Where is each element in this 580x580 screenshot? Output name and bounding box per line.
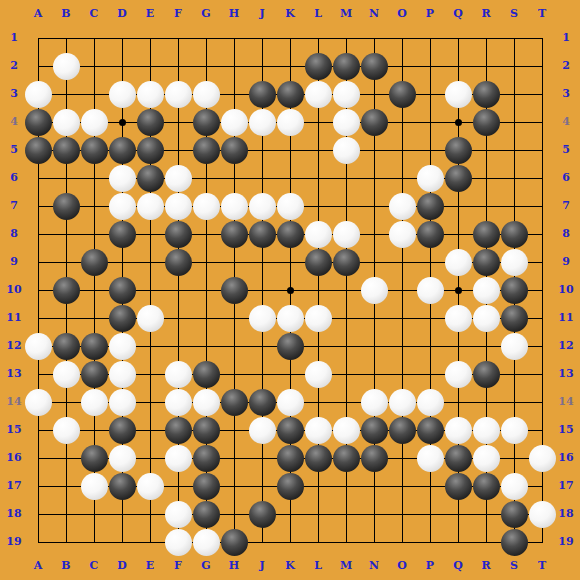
row-label-right: 4 — [552, 108, 580, 136]
stone-black[interactable] — [109, 221, 136, 248]
col-label-bottom: L — [304, 558, 332, 574]
stone-white[interactable] — [165, 361, 192, 388]
star-point — [455, 287, 462, 294]
row-label-right: 10 — [552, 276, 580, 304]
stone-black[interactable] — [417, 221, 444, 248]
col-label-top: B — [52, 6, 80, 22]
row-label-left: 19 — [0, 528, 28, 556]
stone-black[interactable] — [277, 417, 304, 444]
col-label-top: C — [80, 6, 108, 22]
col-label-top: O — [388, 6, 416, 22]
stone-black[interactable] — [109, 277, 136, 304]
row-label-left: 15 — [0, 416, 28, 444]
stone-black[interactable] — [53, 333, 80, 360]
stone-white[interactable] — [81, 109, 108, 136]
stone-white[interactable] — [193, 389, 220, 416]
stone-white[interactable] — [53, 109, 80, 136]
stone-black[interactable] — [193, 137, 220, 164]
row-label-left: 6 — [0, 164, 28, 192]
stone-white[interactable] — [165, 445, 192, 472]
stone-white[interactable] — [249, 305, 276, 332]
stone-black[interactable] — [109, 473, 136, 500]
stone-white[interactable] — [193, 81, 220, 108]
stone-white[interactable] — [25, 333, 52, 360]
col-label-top: H — [220, 6, 248, 22]
stone-black[interactable] — [501, 221, 528, 248]
col-label-bottom: O — [388, 558, 416, 574]
stone-black[interactable] — [137, 137, 164, 164]
row-label-left: 10 — [0, 276, 28, 304]
stone-black[interactable] — [501, 529, 528, 556]
stone-black[interactable] — [277, 221, 304, 248]
stone-white[interactable] — [277, 193, 304, 220]
stone-white[interactable] — [165, 193, 192, 220]
row-label-right: 18 — [552, 500, 580, 528]
stone-black[interactable] — [473, 361, 500, 388]
row-label-left: 18 — [0, 500, 28, 528]
stone-black[interactable] — [277, 81, 304, 108]
stone-black[interactable] — [109, 417, 136, 444]
stone-black[interactable] — [25, 137, 52, 164]
stone-black[interactable] — [389, 417, 416, 444]
star-point — [287, 287, 294, 294]
col-label-bottom: G — [192, 558, 220, 574]
stone-white[interactable] — [25, 81, 52, 108]
stone-black[interactable] — [109, 305, 136, 332]
stone-black[interactable] — [221, 221, 248, 248]
row-label-left: 16 — [0, 444, 28, 472]
stone-black[interactable] — [445, 445, 472, 472]
stone-white[interactable] — [165, 501, 192, 528]
stone-black[interactable] — [473, 473, 500, 500]
row-label-right: 17 — [552, 472, 580, 500]
row-label-left: 8 — [0, 220, 28, 248]
stone-black[interactable] — [165, 221, 192, 248]
col-label-bottom: S — [500, 558, 528, 574]
stone-white[interactable] — [81, 389, 108, 416]
stone-white[interactable] — [445, 305, 472, 332]
stone-white[interactable] — [305, 305, 332, 332]
stone-white[interactable] — [473, 305, 500, 332]
stone-white[interactable] — [445, 361, 472, 388]
stone-black[interactable] — [193, 417, 220, 444]
stone-black[interactable] — [333, 445, 360, 472]
stone-white[interactable] — [249, 193, 276, 220]
stone-white[interactable] — [249, 109, 276, 136]
row-label-right: 16 — [552, 444, 580, 472]
stone-black[interactable] — [249, 389, 276, 416]
stone-white[interactable] — [137, 81, 164, 108]
stone-black[interactable] — [473, 81, 500, 108]
stone-black[interactable] — [473, 109, 500, 136]
col-label-top: L — [304, 6, 332, 22]
row-label-left: 17 — [0, 472, 28, 500]
stone-white[interactable] — [53, 417, 80, 444]
row-label-right: 8 — [552, 220, 580, 248]
col-label-bottom: E — [136, 558, 164, 574]
col-label-top: E — [136, 6, 164, 22]
stone-white[interactable] — [277, 389, 304, 416]
stone-white[interactable] — [417, 277, 444, 304]
col-label-top: T — [528, 6, 556, 22]
stone-white[interactable] — [53, 53, 80, 80]
stone-white[interactable] — [165, 389, 192, 416]
col-label-top: R — [472, 6, 500, 22]
row-label-right: 15 — [552, 416, 580, 444]
col-label-top: P — [416, 6, 444, 22]
stone-white[interactable] — [109, 193, 136, 220]
stone-white[interactable] — [305, 81, 332, 108]
row-label-right: 19 — [552, 528, 580, 556]
stone-white[interactable] — [333, 221, 360, 248]
row-label-right: 11 — [552, 304, 580, 332]
row-label-right: 1 — [552, 24, 580, 52]
stone-white[interactable] — [109, 81, 136, 108]
stone-white[interactable] — [165, 165, 192, 192]
stone-black[interactable] — [221, 529, 248, 556]
stone-white[interactable] — [193, 193, 220, 220]
col-label-bottom: J — [248, 558, 276, 574]
row-label-left: 9 — [0, 248, 28, 276]
row-label-right: 2 — [552, 52, 580, 80]
col-label-bottom: M — [332, 558, 360, 574]
stone-white[interactable] — [277, 109, 304, 136]
stone-black[interactable] — [193, 109, 220, 136]
stone-white[interactable] — [333, 137, 360, 164]
stone-black[interactable] — [81, 361, 108, 388]
col-label-bottom: R — [472, 558, 500, 574]
stone-black[interactable] — [445, 165, 472, 192]
stone-white[interactable] — [445, 249, 472, 276]
stone-black[interactable] — [361, 417, 388, 444]
star-point — [119, 119, 126, 126]
stone-black[interactable] — [277, 473, 304, 500]
stone-white[interactable] — [277, 305, 304, 332]
stone-white[interactable] — [221, 109, 248, 136]
stone-white[interactable] — [25, 389, 52, 416]
stone-white[interactable] — [501, 417, 528, 444]
stone-white[interactable] — [417, 165, 444, 192]
stone-black[interactable] — [221, 389, 248, 416]
col-label-bottom: D — [108, 558, 136, 574]
stone-white[interactable] — [445, 417, 472, 444]
stone-black[interactable] — [501, 305, 528, 332]
row-label-left: 11 — [0, 304, 28, 332]
stone-black[interactable] — [53, 277, 80, 304]
stone-black[interactable] — [361, 445, 388, 472]
row-label-left: 2 — [0, 52, 28, 80]
stone-black[interactable] — [445, 473, 472, 500]
row-label-left: 3 — [0, 80, 28, 108]
stone-black[interactable] — [81, 333, 108, 360]
stone-white[interactable] — [193, 529, 220, 556]
col-label-top: G — [192, 6, 220, 22]
stone-black[interactable] — [473, 221, 500, 248]
stone-black[interactable] — [81, 137, 108, 164]
stone-white[interactable] — [529, 445, 556, 472]
col-label-bottom: B — [52, 558, 80, 574]
row-label-left: 4 — [0, 108, 28, 136]
stone-white[interactable] — [109, 445, 136, 472]
stone-black[interactable] — [417, 193, 444, 220]
stone-white[interactable] — [417, 445, 444, 472]
stone-black[interactable] — [277, 333, 304, 360]
col-label-bottom: A — [24, 558, 52, 574]
stone-white[interactable] — [305, 417, 332, 444]
stone-white[interactable] — [361, 277, 388, 304]
stone-black[interactable] — [305, 53, 332, 80]
row-label-left: 5 — [0, 136, 28, 164]
stone-white[interactable] — [473, 417, 500, 444]
stone-white[interactable] — [333, 417, 360, 444]
stone-black[interactable] — [193, 445, 220, 472]
row-label-right: 5 — [552, 136, 580, 164]
row-label-right: 12 — [552, 332, 580, 360]
col-label-top: D — [108, 6, 136, 22]
stone-white[interactable] — [249, 417, 276, 444]
stone-black[interactable] — [53, 193, 80, 220]
stone-white[interactable] — [361, 389, 388, 416]
stone-white[interactable] — [81, 473, 108, 500]
row-label-right: 3 — [552, 80, 580, 108]
col-label-bottom: F — [164, 558, 192, 574]
col-label-top: M — [332, 6, 360, 22]
stone-white[interactable] — [417, 389, 444, 416]
go-board[interactable]: AABBCCDDEEFFGGHHJJKKLLMMNNOOPPQQRRSSTT11… — [0, 0, 580, 580]
stone-black[interactable] — [221, 137, 248, 164]
col-label-top: Q — [444, 6, 472, 22]
stone-black[interactable] — [473, 249, 500, 276]
col-label-top: A — [24, 6, 52, 22]
col-label-top: K — [276, 6, 304, 22]
row-label-right: 13 — [552, 360, 580, 388]
stone-white[interactable] — [333, 109, 360, 136]
stone-white[interactable] — [221, 193, 248, 220]
stone-black[interactable] — [193, 361, 220, 388]
stone-black[interactable] — [81, 445, 108, 472]
col-label-top: J — [248, 6, 276, 22]
stone-black[interactable] — [501, 501, 528, 528]
stone-white[interactable] — [165, 529, 192, 556]
stone-black[interactable] — [361, 53, 388, 80]
stone-black[interactable] — [165, 249, 192, 276]
stone-white[interactable] — [501, 473, 528, 500]
stone-white[interactable] — [473, 445, 500, 472]
row-label-left: 13 — [0, 360, 28, 388]
stone-white[interactable] — [305, 361, 332, 388]
col-label-bottom: K — [276, 558, 304, 574]
stone-black[interactable] — [277, 445, 304, 472]
stone-black[interactable] — [137, 109, 164, 136]
stone-white[interactable] — [109, 389, 136, 416]
stone-white[interactable] — [305, 221, 332, 248]
stone-black[interactable] — [109, 137, 136, 164]
col-label-bottom: P — [416, 558, 444, 574]
stone-black[interactable] — [249, 221, 276, 248]
col-label-top: S — [500, 6, 528, 22]
col-label-bottom: H — [220, 558, 248, 574]
col-label-top: N — [360, 6, 388, 22]
col-label-bottom: Q — [444, 558, 472, 574]
stone-black[interactable] — [333, 53, 360, 80]
col-label-bottom: T — [528, 558, 556, 574]
stone-black[interactable] — [25, 109, 52, 136]
row-label-right: 14 — [552, 388, 580, 416]
stone-white[interactable] — [53, 361, 80, 388]
stone-black[interactable] — [221, 277, 248, 304]
row-label-right: 7 — [552, 192, 580, 220]
stone-black[interactable] — [361, 109, 388, 136]
stone-white[interactable] — [137, 473, 164, 500]
col-label-bottom: N — [360, 558, 388, 574]
stone-black[interactable] — [389, 81, 416, 108]
row-label-right: 9 — [552, 248, 580, 276]
stone-white[interactable] — [109, 361, 136, 388]
stone-white[interactable] — [445, 81, 472, 108]
stone-white[interactable] — [109, 333, 136, 360]
stone-white[interactable] — [529, 501, 556, 528]
stone-black[interactable] — [445, 137, 472, 164]
stone-black[interactable] — [193, 473, 220, 500]
stone-white[interactable] — [501, 333, 528, 360]
star-point — [455, 119, 462, 126]
stone-black[interactable] — [249, 501, 276, 528]
stone-white[interactable] — [389, 389, 416, 416]
stone-white[interactable] — [137, 193, 164, 220]
stone-black[interactable] — [305, 249, 332, 276]
stone-white[interactable] — [137, 305, 164, 332]
stone-black[interactable] — [53, 137, 80, 164]
col-label-bottom: C — [80, 558, 108, 574]
stone-black[interactable] — [137, 165, 164, 192]
stone-white[interactable] — [389, 221, 416, 248]
stone-black[interactable] — [165, 417, 192, 444]
stone-white[interactable] — [165, 81, 192, 108]
row-label-left: 1 — [0, 24, 28, 52]
stone-white[interactable] — [109, 165, 136, 192]
stone-black[interactable] — [305, 445, 332, 472]
stone-white[interactable] — [473, 277, 500, 304]
stone-black[interactable] — [81, 249, 108, 276]
row-label-left: 7 — [0, 192, 28, 220]
col-label-top: F — [164, 6, 192, 22]
row-label-left: 12 — [0, 332, 28, 360]
stone-black[interactable] — [333, 249, 360, 276]
row-label-right: 6 — [552, 164, 580, 192]
row-label-left: 14 — [0, 388, 28, 416]
stone-black[interactable] — [193, 501, 220, 528]
stone-black[interactable] — [501, 277, 528, 304]
stone-white[interactable] — [333, 81, 360, 108]
stone-white[interactable] — [501, 249, 528, 276]
stone-black[interactable] — [417, 417, 444, 444]
stone-black[interactable] — [249, 81, 276, 108]
stone-white[interactable] — [389, 193, 416, 220]
